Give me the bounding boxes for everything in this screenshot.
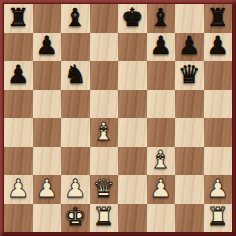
square-g6[interactable]: ♛ [175, 61, 204, 90]
square-e4[interactable] [118, 118, 147, 147]
square-d2[interactable]: ♛ [90, 175, 119, 204]
square-f3[interactable]: ♝ [147, 147, 176, 176]
white-pawn-f2: ♟ [150, 176, 172, 201]
square-c1[interactable]: ♚ [61, 204, 90, 233]
white-rook-h1: ♜ [207, 204, 229, 229]
square-b3[interactable] [33, 147, 62, 176]
black-pawn-b7: ♟ [36, 33, 58, 58]
black-knight-c6: ♞ [64, 62, 86, 87]
square-a2[interactable]: ♟ [4, 175, 33, 204]
square-g2[interactable] [175, 175, 204, 204]
chess-board-frame: ♜♝♚♝♜♟♟♟♟♟♞♛♝♝♟♟♟♛♟♟♚♜♜ [0, 0, 236, 236]
square-h1[interactable]: ♜ [204, 204, 233, 233]
square-a5[interactable] [4, 90, 33, 119]
square-f4[interactable] [147, 118, 176, 147]
square-c4[interactable] [61, 118, 90, 147]
square-g5[interactable] [175, 90, 204, 119]
square-h5[interactable] [204, 90, 233, 119]
square-c7[interactable] [61, 33, 90, 62]
white-king-c1: ♚ [64, 204, 86, 229]
square-g7[interactable]: ♟ [175, 33, 204, 62]
square-b2[interactable]: ♟ [33, 175, 62, 204]
square-h6[interactable] [204, 61, 233, 90]
white-pawn-b2: ♟ [36, 176, 58, 201]
square-g4[interactable] [175, 118, 204, 147]
black-pawn-h7: ♟ [207, 33, 229, 58]
square-g1[interactable] [175, 204, 204, 233]
square-c2[interactable]: ♟ [61, 175, 90, 204]
square-h2[interactable]: ♟ [204, 175, 233, 204]
square-e7[interactable] [118, 33, 147, 62]
white-queen-d2: ♛ [93, 176, 115, 201]
square-g3[interactable] [175, 147, 204, 176]
black-king-e8: ♚ [121, 5, 143, 30]
square-e1[interactable] [118, 204, 147, 233]
square-e2[interactable] [118, 175, 147, 204]
white-bishop-f3: ♝ [150, 147, 172, 172]
square-e6[interactable] [118, 61, 147, 90]
white-bishop-d4: ♝ [93, 119, 115, 144]
white-rook-d1: ♜ [93, 204, 115, 229]
black-bishop-f8: ♝ [150, 5, 172, 30]
square-d8[interactable] [90, 4, 119, 33]
square-a6[interactable]: ♟ [4, 61, 33, 90]
square-b8[interactable] [33, 4, 62, 33]
square-h3[interactable] [204, 147, 233, 176]
square-c3[interactable] [61, 147, 90, 176]
white-pawn-c2: ♟ [64, 176, 86, 201]
chess-board: ♜♝♚♝♜♟♟♟♟♟♞♛♝♝♟♟♟♛♟♟♚♜♜ [4, 4, 232, 232]
square-g8[interactable] [175, 4, 204, 33]
black-bishop-c8: ♝ [64, 5, 86, 30]
square-a8[interactable]: ♜ [4, 4, 33, 33]
square-d7[interactable] [90, 33, 119, 62]
square-f6[interactable] [147, 61, 176, 90]
square-a1[interactable] [4, 204, 33, 233]
square-d6[interactable] [90, 61, 119, 90]
white-pawn-a2: ♟ [7, 176, 29, 201]
square-f2[interactable]: ♟ [147, 175, 176, 204]
black-pawn-a6: ♟ [7, 62, 29, 87]
square-d3[interactable] [90, 147, 119, 176]
square-c6[interactable]: ♞ [61, 61, 90, 90]
square-b1[interactable] [33, 204, 62, 233]
square-c5[interactable] [61, 90, 90, 119]
square-b4[interactable] [33, 118, 62, 147]
square-e8[interactable]: ♚ [118, 4, 147, 33]
square-a3[interactable] [4, 147, 33, 176]
square-f5[interactable] [147, 90, 176, 119]
square-b6[interactable] [33, 61, 62, 90]
black-rook-a8: ♜ [7, 5, 29, 30]
square-f8[interactable]: ♝ [147, 4, 176, 33]
square-e5[interactable] [118, 90, 147, 119]
square-a7[interactable] [4, 33, 33, 62]
square-e3[interactable] [118, 147, 147, 176]
square-c8[interactable]: ♝ [61, 4, 90, 33]
square-f1[interactable] [147, 204, 176, 233]
black-pawn-g7: ♟ [178, 33, 200, 58]
black-pawn-f7: ♟ [150, 33, 172, 58]
square-b5[interactable] [33, 90, 62, 119]
square-d1[interactable]: ♜ [90, 204, 119, 233]
square-a4[interactable] [4, 118, 33, 147]
white-pawn-h2: ♟ [207, 176, 229, 201]
black-queen-g6: ♛ [178, 62, 200, 87]
square-h8[interactable]: ♜ [204, 4, 233, 33]
square-d5[interactable] [90, 90, 119, 119]
square-h4[interactable] [204, 118, 233, 147]
square-f7[interactable]: ♟ [147, 33, 176, 62]
black-rook-h8: ♜ [207, 5, 229, 30]
square-h7[interactable]: ♟ [204, 33, 233, 62]
square-b7[interactable]: ♟ [33, 33, 62, 62]
square-d4[interactable]: ♝ [90, 118, 119, 147]
